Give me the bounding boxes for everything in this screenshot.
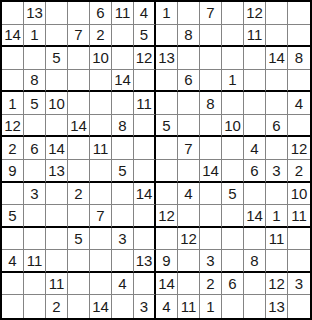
empty-cell[interactable] [112,250,134,273]
empty-cell[interactable] [134,160,156,183]
empty-cell[interactable] [288,70,310,93]
given-cell[interactable]: 14 [266,47,288,70]
empty-cell[interactable] [46,228,68,251]
given-cell[interactable]: 6 [266,115,288,138]
empty-cell[interactable] [46,70,68,93]
empty-cell[interactable] [178,273,200,296]
empty-cell[interactable] [222,2,244,25]
given-cell[interactable]: 2 [2,137,24,160]
given-cell[interactable]: 8 [24,70,46,93]
empty-cell[interactable] [2,273,24,296]
empty-cell[interactable] [90,70,112,93]
given-cell[interactable]: 6 [24,137,46,160]
empty-cell[interactable] [156,160,178,183]
given-cell[interactable]: 10 [288,183,310,206]
sudoku-board: 1361141712141725811510121314881461151011… [0,0,312,320]
empty-cell[interactable] [24,160,46,183]
empty-cell[interactable] [68,47,90,70]
given-cell[interactable]: 2 [288,160,310,183]
given-cell[interactable]: 11 [112,2,134,25]
given-cell[interactable]: 14 [2,25,24,48]
given-cell[interactable]: 11 [288,205,310,228]
empty-cell[interactable] [90,250,112,273]
given-cell[interactable]: 11 [244,25,266,48]
empty-cell[interactable] [222,137,244,160]
given-cell[interactable]: 4 [156,295,178,318]
given-cell[interactable]: 2 [200,273,222,296]
empty-cell[interactable] [46,205,68,228]
given-cell[interactable]: 7 [200,2,222,25]
empty-cell[interactable] [244,295,266,318]
empty-cell[interactable] [200,70,222,93]
given-cell[interactable]: 10 [46,92,68,115]
empty-cell[interactable] [156,25,178,48]
given-cell[interactable]: 8 [200,92,222,115]
empty-cell[interactable] [112,137,134,160]
given-cell[interactable]: 3 [288,273,310,296]
empty-cell[interactable] [112,183,134,206]
given-cell[interactable]: 4 [2,250,24,273]
given-cell[interactable]: 6 [244,160,266,183]
empty-cell[interactable] [178,2,200,25]
given-cell[interactable]: 14 [134,183,156,206]
given-cell[interactable]: 3 [266,160,288,183]
given-cell[interactable]: 12 [2,115,24,138]
given-cell[interactable]: 12 [156,205,178,228]
empty-cell[interactable] [112,295,134,318]
given-cell[interactable]: 11 [134,92,156,115]
empty-cell[interactable] [288,2,310,25]
empty-cell[interactable] [112,205,134,228]
empty-cell[interactable] [68,295,90,318]
given-cell[interactable]: 12 [266,273,288,296]
empty-cell[interactable] [68,137,90,160]
empty-cell[interactable] [46,2,68,25]
empty-cell[interactable] [68,205,90,228]
given-cell[interactable]: 12 [134,47,156,70]
given-cell[interactable]: 2 [90,25,112,48]
empty-cell[interactable] [90,273,112,296]
given-cell[interactable]: 3 [112,228,134,251]
empty-cell[interactable] [156,228,178,251]
given-cell[interactable]: 2 [46,295,68,318]
given-cell[interactable]: 11 [178,295,200,318]
empty-cell[interactable] [24,115,46,138]
empty-cell[interactable] [200,205,222,228]
empty-cell[interactable] [266,250,288,273]
empty-cell[interactable] [178,115,200,138]
given-cell[interactable]: 14 [90,295,112,318]
empty-cell[interactable] [24,273,46,296]
empty-cell[interactable] [68,2,90,25]
empty-cell[interactable] [266,137,288,160]
empty-cell[interactable] [46,25,68,48]
empty-cell[interactable] [200,25,222,48]
empty-cell[interactable] [222,295,244,318]
given-cell[interactable]: 1 [266,205,288,228]
given-cell[interactable]: 6 [90,2,112,25]
empty-cell[interactable] [200,228,222,251]
given-cell[interactable]: 13 [134,250,156,273]
empty-cell[interactable] [288,295,310,318]
empty-cell[interactable] [178,47,200,70]
empty-cell[interactable] [24,295,46,318]
given-cell[interactable]: 4 [178,183,200,206]
given-cell[interactable]: 11 [46,273,68,296]
empty-cell[interactable] [244,70,266,93]
empty-cell[interactable] [90,228,112,251]
empty-cell[interactable] [200,183,222,206]
given-cell[interactable]: 8 [112,115,134,138]
empty-cell[interactable] [134,228,156,251]
empty-cell[interactable] [244,273,266,296]
given-cell[interactable]: 6 [222,273,244,296]
empty-cell[interactable] [134,273,156,296]
empty-cell[interactable] [266,2,288,25]
given-cell[interactable]: 1 [24,25,46,48]
empty-cell[interactable] [112,47,134,70]
empty-cell[interactable] [222,92,244,115]
empty-cell[interactable] [222,250,244,273]
empty-cell[interactable] [112,92,134,115]
empty-cell[interactable] [288,115,310,138]
empty-cell[interactable] [68,160,90,183]
empty-cell[interactable] [178,160,200,183]
empty-cell[interactable] [244,92,266,115]
empty-cell[interactable] [134,115,156,138]
given-cell[interactable]: 11 [266,228,288,251]
empty-cell[interactable] [2,70,24,93]
given-cell[interactable]: 4 [134,2,156,25]
given-cell[interactable]: 14 [112,70,134,93]
empty-cell[interactable] [156,183,178,206]
given-cell[interactable]: 14 [156,273,178,296]
empty-cell[interactable] [178,92,200,115]
empty-cell[interactable] [24,205,46,228]
given-cell[interactable]: 3 [200,250,222,273]
given-cell[interactable]: 11 [90,137,112,160]
given-cell[interactable]: 5 [112,160,134,183]
given-cell[interactable]: 1 [200,295,222,318]
given-cell[interactable]: 7 [178,137,200,160]
given-cell[interactable]: 12 [288,137,310,160]
empty-cell[interactable] [288,228,310,251]
empty-cell[interactable] [134,70,156,93]
empty-cell[interactable] [2,295,24,318]
given-cell[interactable]: 14 [200,160,222,183]
empty-cell[interactable] [222,205,244,228]
empty-cell[interactable] [156,92,178,115]
given-cell[interactable]: 5 [68,228,90,251]
empty-cell[interactable] [2,228,24,251]
given-cell[interactable]: 7 [90,205,112,228]
given-cell[interactable]: 12 [244,2,266,25]
given-cell[interactable]: 1 [222,70,244,93]
given-cell[interactable]: 13 [266,295,288,318]
given-cell[interactable]: 12 [178,228,200,251]
empty-cell[interactable] [24,228,46,251]
empty-cell[interactable] [68,70,90,93]
empty-cell[interactable] [134,137,156,160]
given-cell[interactable]: 14 [46,137,68,160]
given-cell[interactable]: 5 [2,205,24,228]
empty-cell[interactable] [288,250,310,273]
empty-cell[interactable] [200,115,222,138]
empty-cell[interactable] [2,2,24,25]
empty-cell[interactable] [2,183,24,206]
empty-cell[interactable] [222,160,244,183]
empty-cell[interactable] [178,250,200,273]
given-cell[interactable]: 10 [222,115,244,138]
given-cell[interactable]: 13 [46,160,68,183]
given-cell[interactable]: 5 [134,25,156,48]
empty-cell[interactable] [68,92,90,115]
empty-cell[interactable] [24,47,46,70]
empty-cell[interactable] [90,183,112,206]
given-cell[interactable]: 3 [134,295,156,318]
empty-cell[interactable] [288,25,310,48]
empty-cell[interactable] [200,137,222,160]
given-cell[interactable]: 4 [244,137,266,160]
given-cell[interactable]: 5 [46,47,68,70]
given-cell[interactable]: 8 [244,250,266,273]
empty-cell[interactable] [90,92,112,115]
given-cell[interactable]: 8 [288,47,310,70]
given-cell[interactable]: 9 [2,160,24,183]
empty-cell[interactable] [2,47,24,70]
given-cell[interactable]: 10 [90,47,112,70]
empty-cell[interactable] [266,70,288,93]
given-cell[interactable]: 3 [24,183,46,206]
given-cell[interactable]: 14 [244,205,266,228]
empty-cell[interactable] [222,47,244,70]
empty-cell[interactable] [178,205,200,228]
empty-cell[interactable] [134,205,156,228]
empty-cell[interactable] [200,47,222,70]
empty-cell[interactable] [156,137,178,160]
empty-cell[interactable] [222,228,244,251]
given-cell[interactable]: 9 [156,250,178,273]
empty-cell[interactable] [112,25,134,48]
given-cell[interactable]: 4 [112,273,134,296]
given-cell[interactable]: 8 [178,25,200,48]
empty-cell[interactable] [222,25,244,48]
given-cell[interactable]: 1 [2,92,24,115]
given-cell[interactable]: 5 [156,115,178,138]
given-cell[interactable]: 13 [24,2,46,25]
empty-cell[interactable] [244,115,266,138]
given-cell[interactable]: 1 [156,2,178,25]
given-cell[interactable]: 4 [288,92,310,115]
empty-cell[interactable] [266,183,288,206]
empty-cell[interactable] [266,25,288,48]
empty-cell[interactable] [244,183,266,206]
given-cell[interactable]: 2 [68,183,90,206]
empty-cell[interactable] [46,183,68,206]
given-cell[interactable]: 13 [156,47,178,70]
empty-cell[interactable] [68,250,90,273]
empty-cell[interactable] [90,160,112,183]
given-cell[interactable]: 5 [222,183,244,206]
empty-cell[interactable] [156,70,178,93]
given-cell[interactable]: 6 [178,70,200,93]
empty-cell[interactable] [266,92,288,115]
given-cell[interactable]: 7 [68,25,90,48]
given-cell[interactable]: 5 [24,92,46,115]
empty-cell[interactable] [244,47,266,70]
empty-cell[interactable] [68,273,90,296]
given-cell[interactable]: 14 [68,115,90,138]
empty-cell[interactable] [90,115,112,138]
empty-cell[interactable] [46,250,68,273]
given-cell[interactable]: 11 [24,250,46,273]
empty-cell[interactable] [46,115,68,138]
empty-cell[interactable] [244,228,266,251]
